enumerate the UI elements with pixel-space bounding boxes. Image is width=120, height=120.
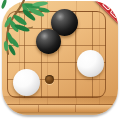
ribbon-char-2: 棋 <box>110 6 118 19</box>
bamboo-branch <box>0 0 52 58</box>
board-base-edge <box>2 112 118 115</box>
screenshot-stage: 围 棋 <box>0 0 120 120</box>
board-edge-shadow <box>2 96 118 104</box>
star-point <box>45 75 54 84</box>
ribbon-char-1: 围 <box>102 1 115 11</box>
stone-white <box>77 50 104 77</box>
board-front-edge <box>2 105 118 112</box>
stone-white <box>13 69 40 96</box>
